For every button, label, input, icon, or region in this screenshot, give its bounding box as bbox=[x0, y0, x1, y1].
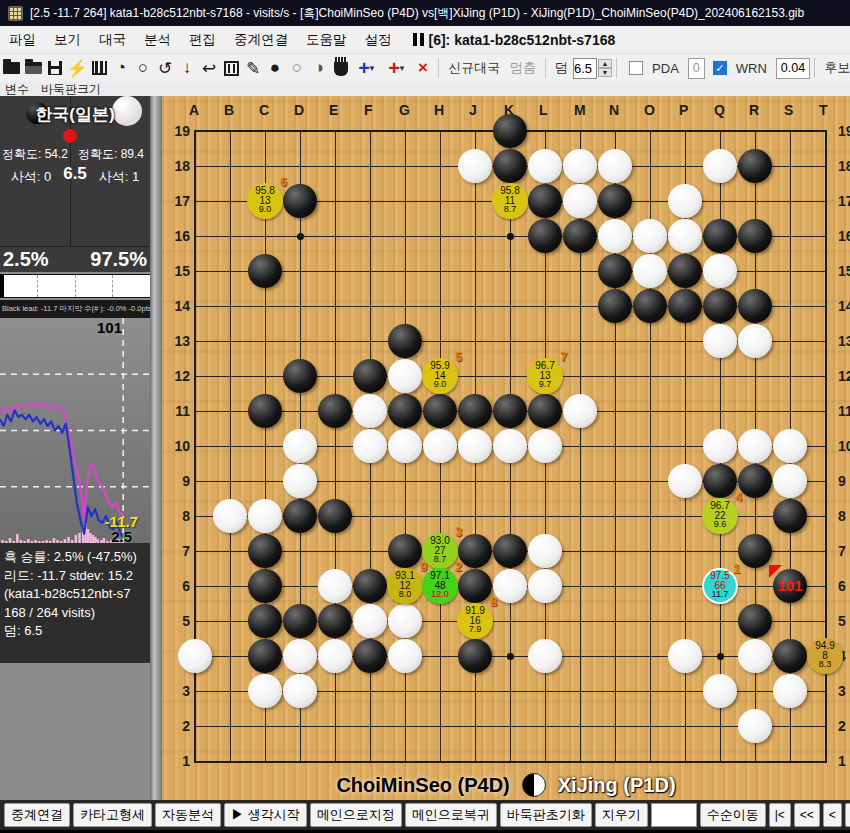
white-stone-G12 bbox=[388, 359, 422, 393]
white-stone-F10 bbox=[353, 429, 387, 463]
column-label: N bbox=[609, 102, 619, 118]
black-stone-G11 bbox=[388, 394, 422, 428]
black-stone-R14 bbox=[738, 289, 772, 323]
white-stone-S10 bbox=[773, 429, 807, 463]
white-stone-L4 bbox=[528, 639, 562, 673]
black-stone-C4 bbox=[248, 639, 282, 673]
info-line: (kata1-b28c512nbt-s7 bbox=[4, 585, 146, 604]
app-icon bbox=[8, 6, 23, 21]
candidate-move-H12[interactable]: 95.9149.05 bbox=[422, 358, 458, 394]
row-label-left: 7 bbox=[162, 543, 190, 559]
black-stone-S4 bbox=[773, 639, 807, 673]
black-stone-L11 bbox=[528, 394, 562, 428]
white-stone-icon[interactable]: ○ bbox=[286, 56, 308, 80]
black-white-stone-icon bbox=[522, 773, 546, 797]
white-stone-R4 bbox=[738, 639, 772, 673]
white-stone-A4 bbox=[178, 639, 212, 673]
column-label: R bbox=[749, 102, 759, 118]
white-stone-N18 bbox=[598, 149, 632, 183]
menu-item-도움말[interactable]: 도움말 bbox=[297, 31, 356, 49]
white-stone-Q15 bbox=[703, 254, 737, 288]
nation-label: 한국(일본) bbox=[0, 100, 150, 130]
candidate-move-H7[interactable]: 93.0278.73 bbox=[422, 533, 458, 569]
white-stone-E6 bbox=[318, 569, 352, 603]
row-label-right: 7 bbox=[838, 543, 850, 559]
black-stone-C5 bbox=[248, 604, 282, 638]
white-stone-K6 bbox=[493, 569, 527, 603]
white-stone-E4 bbox=[318, 639, 352, 673]
column-label: E bbox=[329, 102, 338, 118]
white-stone-L7 bbox=[528, 534, 562, 568]
rotate-icon[interactable]: ↺ bbox=[154, 56, 176, 80]
row-label-right: 6 bbox=[838, 578, 850, 594]
white-stone-M18 bbox=[563, 149, 597, 183]
black-stone-D12 bbox=[283, 359, 317, 393]
toolbar: ⚡◔○↺↓↩✎●○◑+▼+▼× 신규대국 멈춤 덤 6.5 ▲▼ PDA 0 ✓… bbox=[0, 54, 850, 82]
panel-splitter[interactable] bbox=[150, 96, 162, 800]
black-stone-Q16 bbox=[703, 219, 737, 253]
black-player-name: ChoiMinSeo (P4D) bbox=[336, 774, 509, 797]
black-stone-icon[interactable]: ● bbox=[264, 56, 286, 80]
white-stone-Q3 bbox=[703, 674, 737, 708]
white-stone-D9 bbox=[283, 464, 317, 498]
row-label-left: 15 bbox=[162, 263, 190, 279]
black-stone-C11 bbox=[248, 394, 282, 428]
white-stone-J18 bbox=[458, 149, 492, 183]
candidate-move-C17[interactable]: 95.8139.06 bbox=[247, 183, 283, 219]
black-stone-E8 bbox=[318, 499, 352, 533]
row-label-right: 1 bbox=[838, 753, 850, 769]
toolbar2-바둑판크기[interactable]: 바둑판크기 bbox=[41, 82, 101, 96]
black-stone-L17 bbox=[528, 184, 562, 218]
column-label: O bbox=[644, 102, 655, 118]
black-stone-S8 bbox=[773, 499, 807, 533]
row-label-right: 5 bbox=[838, 613, 850, 629]
menu-item-편집[interactable]: 편집 bbox=[180, 31, 225, 49]
pda-label: PDA bbox=[652, 61, 679, 76]
pda-checkbox[interactable] bbox=[629, 61, 643, 75]
row-label-right: 13 bbox=[838, 333, 850, 349]
black-stone-N17 bbox=[598, 184, 632, 218]
toolbar2-변수[interactable]: 변수 bbox=[5, 82, 29, 96]
winrate-bar-black bbox=[0, 275, 4, 297]
white-stone-L18 bbox=[528, 149, 562, 183]
pda-input[interactable]: 0 bbox=[688, 58, 705, 79]
red-x-icon[interactable]: × bbox=[412, 56, 434, 80]
menu-bar: 파일보기대국분석편집중계연결도움말설정 [6]: kata1-b28c512nb… bbox=[0, 26, 850, 54]
row-label-right: 11 bbox=[838, 403, 850, 419]
black-stone-H11 bbox=[423, 394, 457, 428]
white-winrate-pct: 97.5% bbox=[90, 247, 147, 272]
row-label-left: 17 bbox=[162, 193, 190, 209]
white-stone-G5 bbox=[388, 604, 422, 638]
row-label-right: 3 bbox=[838, 683, 850, 699]
star-point bbox=[297, 233, 304, 240]
white-stone-N16 bbox=[598, 219, 632, 253]
black-stone-J6 bbox=[458, 569, 492, 603]
bottom-button-지우기[interactable]: 지우기 bbox=[595, 803, 648, 827]
candidate-order: 2 bbox=[455, 561, 462, 573]
blue-cross-icon[interactable]: +▼ bbox=[352, 56, 382, 80]
black-stone-R9 bbox=[738, 464, 772, 498]
candidate-move-H6[interactable]: 97.14812.02 bbox=[422, 568, 458, 604]
row-label-right: 8 bbox=[838, 508, 850, 524]
row-label-left: 8 bbox=[162, 508, 190, 524]
white-stone-Q13 bbox=[703, 324, 737, 358]
down-arrow-icon[interactable]: ↓ bbox=[176, 56, 198, 80]
candidate-order: 1 bbox=[733, 563, 740, 575]
toolbar-separator bbox=[616, 58, 617, 78]
black-stone-D17 bbox=[283, 184, 317, 218]
row-label-left: 13 bbox=[162, 333, 190, 349]
nav-button-<<[interactable]: << bbox=[794, 803, 820, 827]
candidate-move-J5[interactable]: 91.9167.98 bbox=[457, 603, 493, 639]
wrn-checkbox[interactable]: ✓ bbox=[713, 61, 727, 75]
white-stone-D3 bbox=[283, 674, 317, 708]
black-stone-K7 bbox=[493, 534, 527, 568]
save-icon[interactable] bbox=[44, 56, 66, 80]
row-label-left: 10 bbox=[162, 438, 190, 454]
bottom-button-바둑판초기화[interactable]: 바둑판초기화 bbox=[500, 803, 592, 827]
black-stone-F4 bbox=[353, 639, 387, 673]
black-stone-J4 bbox=[458, 639, 492, 673]
winrate-graph[interactable]: 101 -11.7 2.5 bbox=[0, 318, 150, 543]
white-stone-Q18 bbox=[703, 149, 737, 183]
white-stone-R2 bbox=[738, 709, 772, 743]
menu-item-중계연결[interactable]: 중계연결 bbox=[225, 31, 297, 49]
info-line: 덤: 6.5 bbox=[4, 622, 146, 641]
row-label-right: 18 bbox=[838, 158, 850, 174]
lead-summary: Black lead: -11.7 마지막 수(# ): -0.0% -0.0p… bbox=[0, 300, 150, 318]
white-stone-G10 bbox=[388, 429, 422, 463]
column-label: M bbox=[574, 102, 586, 118]
row-label-left: 18 bbox=[162, 158, 190, 174]
white-stone-D4 bbox=[283, 639, 317, 673]
white-stone-L10 bbox=[528, 429, 562, 463]
pencil-icon[interactable]: ✎ bbox=[242, 56, 264, 80]
white-player-name: XiJing (P1D) bbox=[558, 774, 676, 797]
black-stone-N14 bbox=[598, 289, 632, 323]
nav-button-|<[interactable]: |< bbox=[769, 803, 791, 827]
analysis-sidebar: 한국(일본) 정확도: 54.2 정확도: 89.4 사석: 0 6.5 사석:… bbox=[0, 96, 150, 800]
black-stone-K19 bbox=[493, 114, 527, 148]
turn-indicator-dot bbox=[63, 129, 77, 143]
star-point bbox=[507, 653, 514, 660]
row-label-left: 5 bbox=[162, 613, 190, 629]
column-label: D bbox=[294, 102, 304, 118]
black-stone-F12 bbox=[353, 359, 387, 393]
white-stone-O15 bbox=[633, 254, 667, 288]
winrate-bar bbox=[0, 274, 150, 298]
wrn-input[interactable]: 0.04 bbox=[776, 58, 810, 79]
white-stone-M11 bbox=[563, 394, 597, 428]
undo-icon[interactable]: ↩ bbox=[198, 56, 220, 80]
go-board[interactable]: ChoiMinSeo (P4D) XiJing (P1D) ABCDEFGHJK… bbox=[162, 96, 850, 800]
white-stone-J10 bbox=[458, 429, 492, 463]
white-stone-P17 bbox=[668, 184, 702, 218]
candidate-order: 5 bbox=[455, 351, 462, 363]
menu-item-보기[interactable]: 보기 bbox=[45, 31, 90, 49]
white-accuracy: 정확도: 89.4 bbox=[76, 146, 146, 163]
white-captures: 사석: 1 bbox=[88, 168, 150, 186]
info-line: 리드: -11.7 stdev: 15.2 bbox=[4, 567, 146, 586]
white-stone-D10 bbox=[283, 429, 317, 463]
move-number-input[interactable] bbox=[651, 803, 697, 827]
menu-item-분석[interactable]: 분석 bbox=[135, 31, 180, 49]
toolbar-separator bbox=[438, 58, 439, 78]
row-label-left: 3 bbox=[162, 683, 190, 699]
candidate-move-Q6[interactable]: 97.56611.71 bbox=[702, 568, 738, 604]
engine-info-text: 흑 승률: 2.5% (-47.5%)리드: -11.7 stdev: 15.2… bbox=[0, 543, 150, 663]
row-label-left: 9 bbox=[162, 473, 190, 489]
column-label: Q bbox=[714, 102, 725, 118]
black-stone-E5 bbox=[318, 604, 352, 638]
column-label: B bbox=[224, 102, 234, 118]
white-stone-M17 bbox=[563, 184, 597, 218]
row-label-left: 19 bbox=[162, 123, 190, 139]
bottom-button-중계연결[interactable]: 중계연결 bbox=[4, 803, 70, 827]
black-stone-S6: 101 bbox=[773, 569, 807, 603]
black-stone-L16 bbox=[528, 219, 562, 253]
black-stone-C6 bbox=[248, 569, 282, 603]
white-stone-Q10 bbox=[703, 429, 737, 463]
black-accuracy: 정확도: 54.2 bbox=[0, 146, 70, 163]
menu-item-대국[interactable]: 대국 bbox=[90, 31, 135, 49]
column-label: T bbox=[819, 102, 828, 118]
row-label-left: 6 bbox=[162, 578, 190, 594]
row-label-left: 1 bbox=[162, 753, 190, 769]
open-file-icon[interactable] bbox=[0, 56, 22, 80]
player-info-panel: 한국(일본) 정확도: 54.2 정확도: 89.4 사석: 0 6.5 사석:… bbox=[0, 96, 150, 247]
window-title: [2.5 -11.7 264] kata1-b28c512nbt-s7168 -… bbox=[30, 5, 804, 22]
black-stone-Q14 bbox=[703, 289, 737, 323]
komi-stepper[interactable]: ▲▼ bbox=[598, 59, 612, 77]
candidate-move-T4[interactable]: 94.988.3 bbox=[807, 638, 843, 674]
nav-button-<[interactable]: < bbox=[823, 803, 842, 827]
info-line: 168 / 264 visits) bbox=[4, 604, 146, 623]
info-line: 흑 승률: 2.5% (-47.5%) bbox=[4, 548, 146, 567]
black-stone-K18 bbox=[493, 149, 527, 183]
candidate-view-button[interactable]: 후보수보기 bbox=[824, 59, 850, 77]
toolbar-separator bbox=[545, 58, 546, 78]
goto-move-button[interactable]: 수순이동 bbox=[700, 803, 766, 827]
black-stone-G7 bbox=[388, 534, 422, 568]
toolbar-row2: 변수바둑판크기 bbox=[0, 82, 850, 96]
white-stone-B8 bbox=[213, 499, 247, 533]
white-stone-F11 bbox=[353, 394, 387, 428]
wrn-label: WRN bbox=[736, 61, 767, 76]
candidate-order: 4 bbox=[735, 491, 742, 503]
white-stone-H10 bbox=[423, 429, 457, 463]
white-stone-P9 bbox=[668, 464, 702, 498]
black-stone-N15 bbox=[598, 254, 632, 288]
candidate-move-Q8[interactable]: 96.7229.64 bbox=[702, 498, 738, 534]
row-label-left: 16 bbox=[162, 228, 190, 244]
bottom-button-생각시작[interactable]: ▶ 생각시작 bbox=[224, 803, 307, 827]
candidate-order: 7 bbox=[560, 351, 567, 363]
white-stone-C8 bbox=[248, 499, 282, 533]
white-stone-C3 bbox=[248, 674, 282, 708]
lightning-icon[interactable]: ⚡ bbox=[66, 56, 88, 80]
column-label: L bbox=[539, 102, 548, 118]
menu-item-파일[interactable]: 파일 bbox=[0, 31, 45, 49]
star-point bbox=[507, 233, 514, 240]
row-label-left: 14 bbox=[162, 298, 190, 314]
white-stone-R10 bbox=[738, 429, 772, 463]
column-label: S bbox=[784, 102, 793, 118]
black-stone-C15 bbox=[248, 254, 282, 288]
row-label-left: 12 bbox=[162, 368, 190, 384]
toolbar-separator bbox=[814, 58, 815, 78]
black-stone-J11 bbox=[458, 394, 492, 428]
chart-icon[interactable] bbox=[88, 56, 110, 80]
black-stone-R18 bbox=[738, 149, 772, 183]
row-label-left: 2 bbox=[162, 718, 190, 734]
bottom-button-자동분석[interactable]: 자동분석 bbox=[155, 803, 221, 827]
bottom-button-메인으로복귀[interactable]: 메인으로복귀 bbox=[405, 803, 497, 827]
last-move-number: 101 bbox=[773, 569, 807, 603]
black-captures: 사석: 0 bbox=[0, 168, 62, 186]
stop-button[interactable]: 멈춤 bbox=[510, 59, 536, 77]
column-label: G bbox=[399, 102, 410, 118]
white-stone-P16 bbox=[668, 219, 702, 253]
black-stone-D8 bbox=[283, 499, 317, 533]
white-stone-K10 bbox=[493, 429, 527, 463]
black-stone-R16 bbox=[738, 219, 772, 253]
row-label-left: 11 bbox=[162, 403, 190, 419]
komi-input[interactable]: 6.5 bbox=[573, 58, 597, 79]
row-label-right: 14 bbox=[838, 298, 850, 314]
white-stone-R13 bbox=[738, 324, 772, 358]
black-winrate-pct: 2.5% bbox=[3, 247, 49, 272]
menu-item-설정[interactable]: 설정 bbox=[356, 31, 401, 49]
komi-label: 덤 bbox=[555, 59, 568, 77]
candidate-order: 8 bbox=[490, 596, 497, 608]
candidate-move-G6[interactable]: 93.1128.09 bbox=[387, 568, 423, 604]
engine-session-label: [6]: kata1-b28c512nbt-s7168 bbox=[429, 32, 616, 48]
column-label: A bbox=[189, 102, 199, 118]
black-stone-P15 bbox=[668, 254, 702, 288]
white-stone-S3 bbox=[773, 674, 807, 708]
black-stone-O14 bbox=[633, 289, 667, 323]
candidate-move-L12[interactable]: 96.7139.77 bbox=[527, 358, 563, 394]
winrate-percent-row: 2.5% 97.5% bbox=[0, 247, 150, 272]
row-label-right: 12 bbox=[838, 368, 850, 384]
pie-icon[interactable]: ◔ bbox=[110, 56, 132, 80]
white-stone-G4 bbox=[388, 639, 422, 673]
red-cross-icon[interactable]: +▼ bbox=[382, 56, 412, 80]
row-label-right: 10 bbox=[838, 438, 850, 454]
star-point bbox=[717, 653, 724, 660]
black-stone-R7 bbox=[738, 534, 772, 568]
pause-icon[interactable] bbox=[413, 33, 424, 46]
row-label-right: 19 bbox=[838, 123, 850, 139]
black-stone-R5 bbox=[738, 604, 772, 638]
black-stone-J7 bbox=[458, 534, 492, 568]
title-bar: [2.5 -11.7 264] kata1-b28c512nbt-s7168 -… bbox=[0, 0, 850, 26]
candidate-order: 3 bbox=[455, 526, 462, 538]
white-stone-P4 bbox=[668, 639, 702, 673]
black-stone-E11 bbox=[318, 394, 352, 428]
white-stone-O16 bbox=[633, 219, 667, 253]
black-stone-G13 bbox=[388, 324, 422, 358]
row-label-right: 9 bbox=[838, 473, 850, 489]
open-folder-icon[interactable] bbox=[22, 56, 44, 80]
row-label-right: 16 bbox=[838, 228, 850, 244]
circle-icon[interactable]: ○ bbox=[132, 56, 154, 80]
sliders-icon[interactable] bbox=[220, 56, 242, 80]
black-stone-Q9 bbox=[703, 464, 737, 498]
column-label: P bbox=[679, 102, 688, 118]
black-stone-M16 bbox=[563, 219, 597, 253]
black-stone-F6 bbox=[353, 569, 387, 603]
candidate-order: 6 bbox=[280, 176, 287, 188]
new-game-button[interactable]: 신규대국 bbox=[448, 59, 500, 77]
graph-move-number: 101 bbox=[97, 319, 122, 336]
row-label-right: 15 bbox=[838, 263, 850, 279]
candidate-move-K17[interactable]: 95.8118.7 bbox=[492, 183, 528, 219]
black-stone-P14 bbox=[668, 289, 702, 323]
column-label: C bbox=[259, 102, 269, 118]
white-stone-S9 bbox=[773, 464, 807, 498]
nav-button->[interactable]: > bbox=[845, 803, 850, 827]
column-label: J bbox=[469, 102, 477, 118]
bottom-button-메인으로지정[interactable]: 메인으로지정 bbox=[310, 803, 402, 827]
black-stone-K11 bbox=[493, 394, 527, 428]
bottom-button-카타고형세[interactable]: 카타고형세 bbox=[73, 803, 152, 827]
black-stone-D5 bbox=[283, 604, 317, 638]
black-stone-C7 bbox=[248, 534, 282, 568]
column-label: F bbox=[364, 102, 373, 118]
hand-icon[interactable] bbox=[330, 56, 352, 80]
half-stone-icon[interactable]: ◑ bbox=[308, 56, 330, 80]
white-stone-F5 bbox=[353, 604, 387, 638]
white-stone-L6 bbox=[528, 569, 562, 603]
graph-winrate-label: 2.5 bbox=[111, 528, 132, 543]
row-label-right: 17 bbox=[838, 193, 850, 209]
bottom-control-bar: 중계연결카타고형세자동분석▶ 생각시작메인으로지정메인으로복귀바둑판초기화지우기… bbox=[0, 800, 850, 830]
column-label: H bbox=[434, 102, 444, 118]
row-label-right: 2 bbox=[838, 718, 850, 734]
players-bar: ChoiMinSeo (P4D) XiJing (P1D) bbox=[162, 770, 850, 800]
